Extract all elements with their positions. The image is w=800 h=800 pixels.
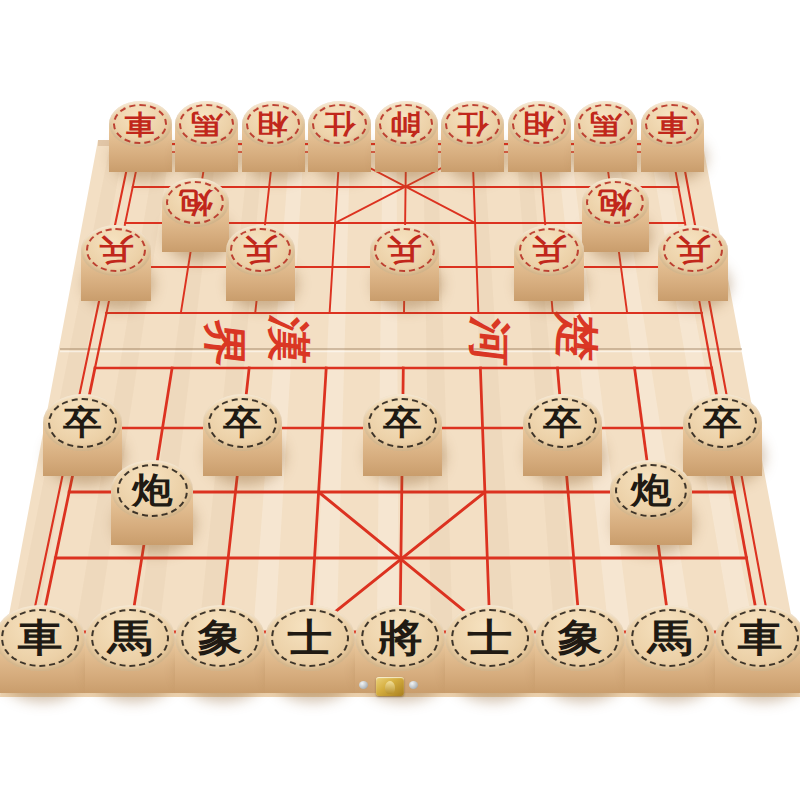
piece-red-chariot[interactable]: 車 [641,101,704,172]
piece-face: 馬 [625,605,715,671]
piece-face: 卒 [43,394,122,451]
river-label-han: 漢 [261,304,320,375]
piece-glyph: 兵 [243,235,277,265]
piece-face: 卒 [683,394,762,451]
piece-glyph: 馬 [191,111,222,138]
piece-glyph: 炮 [132,473,173,508]
piece-glyph: 車 [18,619,63,657]
piece-face: 兵 [514,225,583,276]
piece-glyph: 仕 [457,111,488,138]
piece-face: 卒 [203,394,282,451]
piece-glyph: 兵 [99,235,133,265]
piece-face: 仕 [441,101,504,147]
piece-red-advisor[interactable]: 仕 [441,101,504,172]
piece-glyph: 車 [656,111,687,138]
river-label-chu: 楚 [549,301,608,372]
piece-black-cannon[interactable]: 炮 [111,460,193,544]
piece-red-advisor[interactable]: 仕 [308,101,371,172]
piece-black-soldier[interactable]: 卒 [523,394,602,476]
piece-glyph: 卒 [63,406,102,440]
piece-face: 象 [175,605,265,671]
piece-red-cannon[interactable]: 炮 [582,178,649,252]
piece-glyph: 車 [124,111,155,138]
clasp-knob [385,681,395,694]
piece-black-soldier[interactable]: 卒 [203,394,282,476]
piece-face: 馬 [574,101,637,147]
piece-black-horse[interactable]: 馬 [625,605,715,693]
piece-red-elephant[interactable]: 相 [242,101,305,172]
piece-glyph: 象 [558,619,603,657]
piece-black-soldier[interactable]: 卒 [363,394,442,476]
piece-face: 炮 [162,178,229,227]
piece-glyph: 車 [738,619,783,657]
piece-glyph: 相 [257,111,288,138]
piece-red-soldier[interactable]: 兵 [514,225,583,301]
piece-red-soldier[interactable]: 兵 [658,225,727,301]
piece-black-soldier[interactable]: 卒 [683,394,762,476]
piece-face: 仕 [308,101,371,147]
piece-black-elephant[interactable]: 象 [535,605,625,693]
piece-face: 相 [242,101,305,147]
piece-black-chariot[interactable]: 車 [0,605,85,693]
piece-face: 兵 [226,225,295,276]
piece-face: 相 [508,101,571,147]
piece-black-advisor[interactable]: 士 [265,605,355,693]
piece-glyph: 炮 [179,188,212,217]
piece-glyph: 卒 [543,406,582,440]
piece-face: 車 [109,101,172,147]
piece-face: 兵 [370,225,439,276]
piece-red-general[interactable]: 帥 [375,101,438,172]
piece-face: 士 [265,605,355,671]
piece-glyph: 兵 [387,235,421,265]
piece-red-horse[interactable]: 馬 [175,101,238,172]
piece-face: 將 [355,605,445,671]
piece-glyph: 象 [198,619,243,657]
piece-glyph: 將 [378,619,423,657]
piece-glyph: 士 [468,619,513,657]
piece-face: 炮 [582,178,649,227]
piece-red-elephant[interactable]: 相 [508,101,571,172]
piece-black-elephant[interactable]: 象 [175,605,265,693]
piece-red-soldier[interactable]: 兵 [81,225,150,301]
piece-glyph: 卒 [383,406,422,440]
piece-black-advisor[interactable]: 士 [445,605,535,693]
piece-glyph: 炮 [598,188,631,217]
piece-glyph: 兵 [532,235,566,265]
piece-glyph: 馬 [108,619,153,657]
piece-red-soldier[interactable]: 兵 [370,225,439,301]
piece-glyph: 兵 [676,235,710,265]
piece-face: 卒 [363,394,442,451]
piece-glyph: 卒 [703,406,742,440]
brass-clasp[interactable] [376,677,404,696]
piece-black-cannon[interactable]: 炮 [610,460,692,544]
piece-red-horse[interactable]: 馬 [574,101,637,172]
piece-face: 卒 [523,394,602,451]
piece-face: 車 [0,605,85,671]
piece-face: 兵 [658,225,727,276]
river-label-jie: 界 [197,308,256,379]
piece-glyph: 馬 [648,619,693,657]
piece-black-soldier[interactable]: 卒 [43,394,122,476]
piece-red-cannon[interactable]: 炮 [162,178,229,252]
piece-face: 馬 [175,101,238,147]
piece-face: 帥 [375,101,438,147]
piece-glyph: 士 [288,619,333,657]
piece-face: 車 [641,101,704,147]
piece-face: 象 [535,605,625,671]
clasp-screw-right [409,681,418,689]
xiangqi-photo-scene: 界 漢 河 楚 車馬相仕帥仕相馬車炮炮兵兵兵兵兵卒卒卒卒卒炮炮車馬象士將士象馬車 [0,0,800,800]
piece-glyph: 馬 [590,111,621,138]
piece-red-soldier[interactable]: 兵 [226,225,295,301]
piece-glyph: 帥 [390,111,421,138]
piece-face: 車 [715,605,800,671]
piece-black-horse[interactable]: 馬 [85,605,175,693]
piece-face: 兵 [81,225,150,276]
piece-face: 士 [445,605,535,671]
river-label-he: 河 [462,305,521,376]
clasp-screw-left [359,681,368,689]
piece-red-chariot[interactable]: 車 [109,101,172,172]
piece-glyph: 卒 [223,406,262,440]
piece-glyph: 炮 [631,473,672,508]
piece-glyph: 相 [523,111,554,138]
piece-glyph: 仕 [324,111,355,138]
piece-face: 馬 [85,605,175,671]
piece-black-chariot[interactable]: 車 [715,605,800,693]
